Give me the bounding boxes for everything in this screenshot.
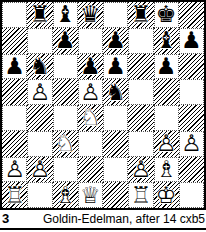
square-f4 — [128, 105, 153, 131]
square-g2: ♝♗ — [154, 157, 179, 183]
piece-black-bishop-c8: ♝ — [54, 3, 77, 27]
square-f7 — [128, 28, 153, 54]
square-e7: ♟ — [103, 28, 128, 54]
square-h7: ♟ — [179, 28, 204, 54]
square-h4 — [179, 105, 204, 131]
piece-white-pawn-g3-fill: ♟ — [154, 131, 179, 157]
square-a7 — [2, 28, 27, 54]
piece-white-bishop-g2-fill: ♝ — [155, 158, 178, 182]
piece-white-bishop-g2: ♗ — [155, 158, 178, 182]
piece-black-king-g8: ♚ — [155, 3, 178, 27]
piece-black-pawn-e7: ♟ — [103, 28, 128, 54]
square-a2: ♟♙ — [2, 157, 27, 183]
square-d8: ♛ — [78, 2, 103, 28]
square-c5 — [53, 79, 78, 105]
piece-white-rook-a1-fill: ♜ — [2, 182, 27, 208]
chess-board-frame: ♜♝♛♜♚♟♟♝♟♟♞♟♟♟♟♙♟♙♞♞♘♞♘♟♙♟♙♟♙♟♙♟♙♝♗♜♖♝♗♛… — [0, 0, 206, 210]
piece-black-pawn-d6: ♟ — [78, 54, 103, 80]
square-b3 — [27, 131, 52, 157]
caption-title: Goldin-Edelman, after 14 cxb5 — [43, 212, 205, 226]
square-c2 — [53, 157, 78, 183]
piece-white-knight-d4-fill: ♞ — [78, 105, 103, 131]
piece-white-pawn-a2-fill: ♟ — [3, 158, 26, 182]
square-c3: ♞♘ — [53, 131, 78, 157]
square-b5: ♟♙ — [27, 79, 52, 105]
piece-white-knight-d4: ♘ — [78, 105, 103, 131]
square-d6: ♟ — [78, 54, 103, 80]
square-b6: ♞ — [27, 54, 52, 80]
caption-bar: 3 Goldin-Edelman, after 14 cxb5 — [0, 210, 206, 227]
bottom-rule — [0, 228, 206, 230]
square-c8: ♝ — [53, 2, 78, 28]
square-a4 — [2, 105, 27, 131]
square-c7: ♟ — [53, 28, 78, 54]
square-e5: ♞ — [103, 79, 128, 105]
square-g8: ♚ — [154, 2, 179, 28]
square-h5 — [179, 79, 204, 105]
square-g1: ♚♔ — [154, 182, 179, 208]
piece-black-pawn-c7: ♟ — [53, 28, 78, 54]
diagram-number: 3 — [2, 211, 9, 226]
square-h8 — [179, 2, 204, 28]
piece-white-pawn-h3-fill: ♟ — [180, 132, 203, 156]
piece-black-knight-e5: ♞ — [103, 79, 128, 105]
piece-black-pawn-e6: ♟ — [104, 55, 127, 79]
square-f2: ♟♙ — [128, 157, 153, 183]
chess-diagram: ♜♝♛♜♚♟♟♝♟♟♞♟♟♟♟♙♟♙♞♞♘♞♘♟♙♟♙♟♙♟♙♟♙♝♗♜♖♝♗♛… — [0, 0, 206, 232]
square-b8: ♜ — [27, 2, 52, 28]
piece-white-pawn-b5: ♙ — [28, 80, 51, 104]
square-g5 — [154, 79, 179, 105]
square-a5 — [2, 79, 27, 105]
piece-white-queen-d1-fill: ♛ — [79, 183, 102, 207]
square-e2 — [103, 157, 128, 183]
piece-white-pawn-g3: ♙ — [154, 131, 179, 157]
piece-black-pawn-a6: ♟ — [3, 55, 26, 79]
square-d1: ♛♕ — [78, 182, 103, 208]
square-d5: ♟♙ — [78, 79, 103, 105]
square-a6: ♟ — [2, 54, 27, 80]
piece-white-knight-c3-fill: ♞ — [53, 131, 78, 157]
square-h2 — [179, 157, 204, 183]
square-f5 — [128, 79, 153, 105]
square-e3 — [103, 131, 128, 157]
square-g4 — [154, 105, 179, 131]
square-g3: ♟♙ — [154, 131, 179, 157]
square-f6 — [128, 54, 153, 80]
square-h1 — [179, 182, 204, 208]
piece-black-rook-b8: ♜ — [27, 2, 52, 28]
square-f3 — [128, 131, 153, 157]
piece-black-queen-d8: ♛ — [78, 2, 103, 28]
piece-black-bishop-g7: ♝ — [154, 28, 179, 54]
square-b2: ♟♙ — [27, 157, 52, 183]
square-a1: ♜♖ — [2, 182, 27, 208]
square-d3 — [78, 131, 103, 157]
square-e1 — [103, 182, 128, 208]
piece-white-king-g1-fill: ♚ — [154, 182, 179, 208]
piece-white-knight-c3: ♘ — [53, 131, 78, 157]
piece-white-pawn-b2: ♙ — [27, 157, 52, 183]
square-a3 — [2, 131, 27, 157]
square-e8 — [103, 2, 128, 28]
chess-board: ♜♝♛♜♚♟♟♝♟♟♞♟♟♟♟♙♟♙♞♞♘♞♘♟♙♟♙♟♙♟♙♟♙♝♗♜♖♝♗♛… — [2, 2, 204, 208]
square-a8 — [2, 2, 27, 28]
piece-white-pawn-d5-fill: ♟ — [79, 80, 102, 104]
piece-white-pawn-d5: ♙ — [79, 80, 102, 104]
square-c4 — [53, 105, 78, 131]
square-e6: ♟ — [103, 54, 128, 80]
piece-white-bishop-c1: ♗ — [53, 182, 78, 208]
square-g6: ♟ — [154, 54, 179, 80]
square-f8: ♜ — [128, 2, 153, 28]
square-g7: ♝ — [154, 28, 179, 54]
piece-white-pawn-b2-fill: ♟ — [27, 157, 52, 183]
square-c6 — [53, 54, 78, 80]
square-b1 — [27, 182, 52, 208]
piece-white-pawn-a2: ♙ — [3, 158, 26, 182]
piece-white-queen-d1: ♕ — [79, 183, 102, 207]
square-d4: ♞♘ — [78, 105, 103, 131]
square-d2 — [78, 157, 103, 183]
square-h6 — [179, 54, 204, 80]
piece-black-pawn-g6: ♟ — [155, 55, 178, 79]
square-h3: ♟♙ — [179, 131, 204, 157]
square-d7 — [78, 28, 103, 54]
piece-white-king-g1: ♔ — [154, 182, 179, 208]
piece-white-pawn-h3: ♙ — [180, 132, 203, 156]
piece-black-pawn-h7: ♟ — [180, 29, 203, 53]
square-c1: ♝♗ — [53, 182, 78, 208]
square-b4 — [27, 105, 52, 131]
square-e4 — [103, 105, 128, 131]
piece-black-knight-b6: ♞ — [27, 54, 52, 80]
piece-white-rook-f1-fill: ♜ — [129, 183, 152, 207]
piece-white-pawn-f2: ♙ — [128, 157, 153, 183]
piece-white-pawn-f2-fill: ♟ — [128, 157, 153, 183]
square-b7 — [27, 28, 52, 54]
piece-white-rook-a1: ♖ — [2, 182, 27, 208]
piece-black-rook-f8: ♜ — [128, 2, 153, 28]
piece-white-rook-f1: ♖ — [129, 183, 152, 207]
square-f1: ♜♖ — [128, 182, 153, 208]
piece-white-bishop-c1-fill: ♝ — [53, 182, 78, 208]
piece-white-pawn-b5-fill: ♟ — [28, 80, 51, 104]
